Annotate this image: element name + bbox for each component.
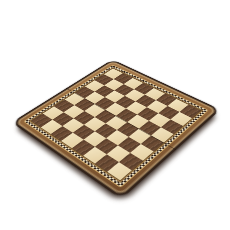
chess-set-photo: ♜♞♝♛♚♝♞♜♟♟♟♟♟♟♟♟♟♟♟♟♟♟♟♟♜♞♝♛♚♝♞♜ <box>0 0 230 230</box>
chess-board: ♜♞♝♛♚♝♞♜♟♟♟♟♟♟♟♟♟♟♟♟♟♟♟♟♜♞♝♛♚♝♞♜ <box>12 59 221 199</box>
